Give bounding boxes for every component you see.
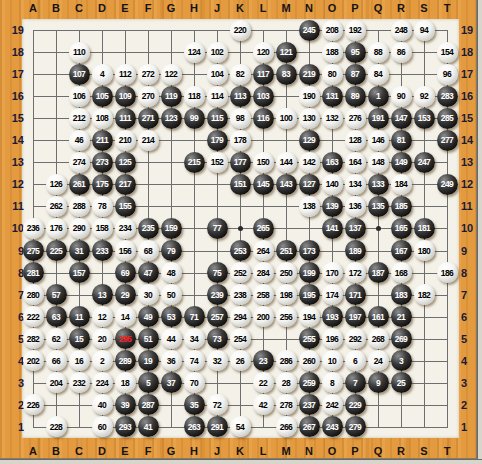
stone-P17: 87 — [345, 64, 366, 85]
column-label-top: A — [24, 2, 42, 14]
row-label-left: 11 — [0, 200, 24, 212]
column-label-bottom: N — [300, 445, 318, 457]
column-label-bottom: L — [254, 445, 272, 457]
stone-N19: 245 — [299, 20, 320, 41]
column-label-top: R — [392, 2, 410, 14]
stone-L4: 23 — [253, 350, 274, 371]
column-label-bottom: Q — [369, 445, 387, 457]
stone-D10: 158 — [92, 218, 113, 239]
stone-J16: 114 — [207, 86, 228, 107]
stone-E6: 14 — [115, 306, 136, 327]
column-label-bottom: D — [93, 445, 111, 457]
stone-C18: 110 — [69, 42, 90, 63]
stone-G9: 79 — [161, 240, 182, 261]
stone-J1: 291 — [207, 416, 228, 437]
stone-D14: 211 — [92, 130, 113, 151]
stone-E8: 69 — [115, 262, 136, 283]
stone-J4: 32 — [207, 350, 228, 371]
stone-F7: 30 — [138, 284, 159, 305]
stone-F15: 271 — [138, 108, 159, 129]
stone-O10: 141 — [322, 218, 343, 239]
stone-A9: 275 — [23, 240, 44, 261]
row-label-left: 16 — [0, 90, 24, 102]
stone-Q16: 1 — [368, 86, 389, 107]
stone-E14: 210 — [115, 130, 136, 151]
stone-P6: 197 — [345, 306, 366, 327]
stone-B4: 66 — [46, 350, 67, 371]
stone-L10: 265 — [253, 218, 274, 239]
stone-P8: 172 — [345, 262, 366, 283]
column-label-bottom: E — [116, 445, 134, 457]
stone-K13: 177 — [230, 152, 251, 173]
column-label-bottom: S — [415, 445, 433, 457]
stone-M2: 278 — [276, 394, 297, 415]
row-label-left: 13 — [0, 156, 24, 168]
column-label-bottom: K — [231, 445, 249, 457]
stone-T18: 154 — [437, 42, 458, 63]
stone-N7: 195 — [299, 284, 320, 305]
column-label-bottom: M — [277, 445, 295, 457]
stone-N4: 260 — [299, 350, 320, 371]
column-label-top: G — [162, 2, 180, 14]
stone-N11: 138 — [299, 196, 320, 217]
stone-N14: 129 — [299, 130, 320, 151]
stone-O3: 8 — [322, 372, 343, 393]
row-label-left: 9 — [0, 245, 24, 257]
stone-D3: 224 — [92, 372, 113, 393]
stone-K14: 178 — [230, 130, 251, 151]
stone-D13: 273 — [92, 152, 113, 173]
stone-C12: 261 — [69, 174, 90, 195]
stone-L2: 42 — [253, 394, 274, 415]
stone-H13: 215 — [184, 152, 205, 173]
stone-P18: 95 — [345, 42, 366, 63]
stone-J18: 102 — [207, 42, 228, 63]
stone-G17: 122 — [161, 64, 182, 85]
stone-D11: 78 — [92, 196, 113, 217]
stone-C11: 288 — [69, 196, 90, 217]
stone-T14: 277 — [437, 130, 458, 151]
stone-F9: 68 — [138, 240, 159, 261]
stone-L15: 116 — [253, 108, 274, 129]
stone-C15: 212 — [69, 108, 90, 129]
stone-O17: 80 — [322, 64, 343, 85]
stone-F2: 287 — [138, 394, 159, 415]
stone-B7: 57 — [46, 284, 67, 305]
stone-P10: 137 — [345, 218, 366, 239]
column-label-bottom: B — [47, 445, 65, 457]
column-label-top: S — [415, 2, 433, 14]
stone-N5: 255 — [299, 328, 320, 349]
stone-J8: 75 — [207, 262, 228, 283]
stone-Q8: 187 — [368, 262, 389, 283]
stone-S16: 92 — [414, 86, 435, 107]
stone-K8: 252 — [230, 262, 251, 283]
stone-O12: 140 — [322, 174, 343, 195]
stone-T17: 96 — [437, 64, 458, 85]
stone-D12: 175 — [92, 174, 113, 195]
stone-L9: 264 — [253, 240, 274, 261]
stone-O1: 243 — [322, 416, 343, 437]
stone-L13: 150 — [253, 152, 274, 173]
stone-J10: 77 — [207, 218, 228, 239]
stone-Q5: 268 — [368, 328, 389, 349]
stone-H15: 99 — [184, 108, 205, 129]
stone-T12: 249 — [437, 174, 458, 195]
stone-E12: 217 — [115, 174, 136, 195]
stone-Q18: 88 — [368, 42, 389, 63]
stone-R5: 269 — [391, 328, 412, 349]
stone-O8: 170 — [322, 262, 343, 283]
stone-Q3: 9 — [368, 372, 389, 393]
stone-M15: 100 — [276, 108, 297, 129]
column-label-top: L — [254, 2, 272, 14]
stone-F4: 19 — [138, 350, 159, 371]
stone-K6: 294 — [230, 306, 251, 327]
stone-D2: 40 — [92, 394, 113, 415]
stone-L18: 120 — [253, 42, 274, 63]
stone-O7: 174 — [322, 284, 343, 305]
row-label-left: 12 — [0, 178, 24, 190]
stone-S7: 182 — [414, 284, 435, 305]
stone-R3: 25 — [391, 372, 412, 393]
stone-M8: 250 — [276, 262, 297, 283]
column-label-bottom: J — [208, 445, 226, 457]
stone-J7: 239 — [207, 284, 228, 305]
stone-C8: 157 — [69, 262, 90, 283]
stone-M1: 266 — [276, 416, 297, 437]
column-label-bottom: P — [346, 445, 364, 457]
stone-C4: 16 — [69, 350, 90, 371]
stone-E1: 293 — [115, 416, 136, 437]
stone-P2: 229 — [345, 394, 366, 415]
row-label-left: 6 — [0, 311, 24, 323]
stone-M3: 28 — [276, 372, 297, 393]
column-label-top: E — [116, 2, 134, 14]
stone-F14: 214 — [138, 130, 159, 151]
stone-A8: 281 — [23, 262, 44, 283]
row-label-left: 15 — [0, 112, 24, 124]
stone-P13: 164 — [345, 152, 366, 173]
row-label-left: 14 — [0, 134, 24, 146]
stone-P5: 292 — [345, 328, 366, 349]
stone-E7: 29 — [115, 284, 136, 305]
stone-G15: 123 — [161, 108, 182, 129]
stone-K15: 98 — [230, 108, 251, 129]
stone-H5: 34 — [184, 328, 205, 349]
stone-P15: 276 — [345, 108, 366, 129]
stone-N17: 219 — [299, 64, 320, 85]
stone-Q17: 84 — [368, 64, 389, 85]
stone-Q6: 161 — [368, 306, 389, 327]
stone-B6: 63 — [46, 306, 67, 327]
stone-Q13: 148 — [368, 152, 389, 173]
stone-L7: 258 — [253, 284, 274, 305]
stone-R15: 147 — [391, 108, 412, 129]
stone-E15: 111 — [115, 108, 136, 129]
stone-L12: 145 — [253, 174, 274, 195]
stone-D15: 108 — [92, 108, 113, 129]
column-label-top: B — [47, 2, 65, 14]
stone-O15: 132 — [322, 108, 343, 129]
stone-K12: 151 — [230, 174, 251, 195]
column-label-bottom: A — [24, 445, 42, 457]
column-label-top: F — [139, 2, 157, 14]
stone-K19: 220 — [230, 20, 251, 41]
row-label-left: 18 — [0, 46, 24, 58]
stone-H18: 124 — [184, 42, 205, 63]
stone-L16: 103 — [253, 86, 274, 107]
stone-D17: 4 — [92, 64, 113, 85]
stone-R8: 168 — [391, 262, 412, 283]
stone-A5: 282 — [23, 328, 44, 349]
stone-N1: 267 — [299, 416, 320, 437]
stone-K17: 82 — [230, 64, 251, 85]
column-label-bottom: G — [162, 445, 180, 457]
stone-R9: 167 — [391, 240, 412, 261]
column-label-top: M — [277, 2, 295, 14]
stone-J13: 152 — [207, 152, 228, 173]
stone-F10: 235 — [138, 218, 159, 239]
column-label-top: H — [185, 2, 203, 14]
stone-J6: 257 — [207, 306, 228, 327]
stone-D9: 233 — [92, 240, 113, 261]
stone-N8: 199 — [299, 262, 320, 283]
stone-D1: 60 — [92, 416, 113, 437]
row-label-left: 4 — [0, 355, 24, 367]
stone-E11: 155 — [115, 196, 136, 217]
column-label-top: K — [231, 2, 249, 14]
stone-R18: 86 — [391, 42, 412, 63]
stone-F3: 5 — [138, 372, 159, 393]
stone-O19: 208 — [322, 20, 343, 41]
stone-E13: 125 — [115, 152, 136, 173]
stone-L3: 22 — [253, 372, 274, 393]
stone-P16: 89 — [345, 86, 366, 107]
stone-L8: 284 — [253, 262, 274, 283]
stone-F1: 41 — [138, 416, 159, 437]
stone-R16: 90 — [391, 86, 412, 107]
stone-N12: 127 — [299, 174, 320, 195]
column-label-bottom: R — [392, 445, 410, 457]
stone-K7: 238 — [230, 284, 251, 305]
stone-A6: 222 — [23, 306, 44, 327]
row-label-left: 2 — [0, 399, 24, 411]
stone-O13: 163 — [322, 152, 343, 173]
stone-M4: 286 — [276, 350, 297, 371]
stone-M9: 251 — [276, 240, 297, 261]
stone-E4: 289 — [115, 350, 136, 371]
stone-M7: 198 — [276, 284, 297, 305]
stone-L6: 200 — [253, 306, 274, 327]
stone-N16: 190 — [299, 86, 320, 107]
stone-T16: 283 — [437, 86, 458, 107]
stone-G16: 119 — [161, 86, 182, 107]
stone-J14: 179 — [207, 130, 228, 151]
column-label-bottom: H — [185, 445, 203, 457]
stone-M18: 121 — [276, 42, 297, 63]
stone-F5: 51 — [138, 328, 159, 349]
stone-P9: 189 — [345, 240, 366, 261]
stone-G4: 36 — [161, 350, 182, 371]
stone-A7: 280 — [23, 284, 44, 305]
stone-C10: 290 — [69, 218, 90, 239]
stone-L17: 117 — [253, 64, 274, 85]
stone-N2: 237 — [299, 394, 320, 415]
stone-D7: 13 — [92, 284, 113, 305]
stone-N6: 194 — [299, 306, 320, 327]
stone-B5: 62 — [46, 328, 67, 349]
stone-O16: 131 — [322, 86, 343, 107]
window-edge-right — [477, 0, 482, 464]
stone-O5: 196 — [322, 328, 343, 349]
column-label-bottom: C — [70, 445, 88, 457]
stone-M12: 143 — [276, 174, 297, 195]
stone-C5: 15 — [69, 328, 90, 349]
stone-C16: 106 — [69, 86, 90, 107]
stone-J5: 73 — [207, 328, 228, 349]
row-label-left: 7 — [0, 289, 24, 301]
stone-A4: 202 — [23, 350, 44, 371]
stone-D4: 2 — [92, 350, 113, 371]
stone-C14: 46 — [69, 130, 90, 151]
stone-K9: 253 — [230, 240, 251, 261]
stone-J15: 115 — [207, 108, 228, 129]
stone-C13: 274 — [69, 152, 90, 173]
row-label-left: 10 — [0, 222, 24, 234]
stone-E3: 18 — [115, 372, 136, 393]
stone-F16: 270 — [138, 86, 159, 107]
stone-D16: 105 — [92, 86, 113, 107]
stone-R7: 183 — [391, 284, 412, 305]
stone-M13: 144 — [276, 152, 297, 173]
column-label-top: N — [300, 2, 318, 14]
stone-R13: 149 — [391, 152, 412, 173]
stone-T8: 186 — [437, 262, 458, 283]
stone-C9: 31 — [69, 240, 90, 261]
stone-K5: 254 — [230, 328, 251, 349]
stone-R4: 3 — [391, 350, 412, 371]
stone-E10: 234 — [115, 218, 136, 239]
stone-M17: 83 — [276, 64, 297, 85]
row-label-left: 17 — [0, 68, 24, 80]
stone-O18: 188 — [322, 42, 343, 63]
stone-H1: 263 — [184, 416, 205, 437]
window-edge-bottom — [0, 459, 482, 464]
row-label-left: 3 — [0, 377, 24, 389]
stone-Q11: 135 — [368, 196, 389, 217]
stone-B9: 225 — [46, 240, 67, 261]
stone-N13: 142 — [299, 152, 320, 173]
stone-N3: 259 — [299, 372, 320, 393]
stone-R12: 184 — [391, 174, 412, 195]
column-label-top: C — [70, 2, 88, 14]
column-label-top: O — [323, 2, 341, 14]
stone-B12: 126 — [46, 174, 67, 195]
stone-K1: 54 — [230, 416, 251, 437]
stone-P4: 6 — [345, 350, 366, 371]
stone-Q12: 133 — [368, 174, 389, 195]
stone-H3: 70 — [184, 372, 205, 393]
stone-K16: 113 — [230, 86, 251, 107]
stone-E5: 295 — [115, 328, 136, 349]
row-label-left: 8 — [0, 267, 24, 279]
stone-K4: 26 — [230, 350, 251, 371]
stone-R6: 21 — [391, 306, 412, 327]
stone-O6: 193 — [322, 306, 343, 327]
stone-A10: 236 — [23, 218, 44, 239]
stone-C3: 232 — [69, 372, 90, 393]
stone-N15: 130 — [299, 108, 320, 129]
stone-S10: 181 — [414, 218, 435, 239]
stone-H2: 35 — [184, 394, 205, 415]
stone-B11: 262 — [46, 196, 67, 217]
stone-B3: 204 — [46, 372, 67, 393]
stone-S19: 94 — [414, 20, 435, 41]
stone-B10: 176 — [46, 218, 67, 239]
column-label-top: T — [438, 2, 456, 14]
row-label-left: 19 — [0, 24, 24, 36]
stone-P19: 192 — [345, 20, 366, 41]
stone-G5: 44 — [161, 328, 182, 349]
stone-P3: 7 — [345, 372, 366, 393]
stone-B1: 228 — [46, 416, 67, 437]
stone-E16: 109 — [115, 86, 136, 107]
stone-P7: 171 — [345, 284, 366, 305]
stone-P1: 279 — [345, 416, 366, 437]
column-label-bottom: O — [323, 445, 341, 457]
stone-R11: 185 — [391, 196, 412, 217]
stone-E9: 156 — [115, 240, 136, 261]
stone-M6: 256 — [276, 306, 297, 327]
column-label-bottom: F — [139, 445, 157, 457]
go-viewer-window: AABBCCDDEEFFGGHHJJKKLLMMNNOOPPQQRRSSTT19… — [0, 0, 482, 464]
column-label-bottom: T — [438, 445, 456, 457]
stone-G6: 53 — [161, 306, 182, 327]
stone-O11: 139 — [322, 196, 343, 217]
stone-S9: 180 — [414, 240, 435, 261]
stone-O4: 10 — [322, 350, 343, 371]
column-label-top: Q — [369, 2, 387, 14]
stone-A2: 226 — [23, 394, 44, 415]
stone-R19: 248 — [391, 20, 412, 41]
stone-D5: 20 — [92, 328, 113, 349]
stone-J17: 104 — [207, 64, 228, 85]
stone-D6: 12 — [92, 306, 113, 327]
stone-E2: 39 — [115, 394, 136, 415]
stone-E17: 112 — [115, 64, 136, 85]
stone-P14: 128 — [345, 130, 366, 151]
column-label-top: P — [346, 2, 364, 14]
stone-F6: 49 — [138, 306, 159, 327]
column-label-top: D — [93, 2, 111, 14]
stone-T15: 285 — [437, 108, 458, 129]
stone-F17: 272 — [138, 64, 159, 85]
stone-Q4: 24 — [368, 350, 389, 371]
stone-G8: 48 — [161, 262, 182, 283]
stone-H16: 118 — [184, 86, 205, 107]
stone-P12: 134 — [345, 174, 366, 195]
stone-G3: 37 — [161, 372, 182, 393]
row-label-left: 1 — [0, 421, 24, 433]
stone-R14: 81 — [391, 130, 412, 151]
stone-F8: 47 — [138, 262, 159, 283]
column-label-top: J — [208, 2, 226, 14]
stone-C17: 107 — [69, 64, 90, 85]
stone-O2: 242 — [322, 394, 343, 415]
stone-G10: 159 — [161, 218, 182, 239]
stone-Q15: 191 — [368, 108, 389, 129]
